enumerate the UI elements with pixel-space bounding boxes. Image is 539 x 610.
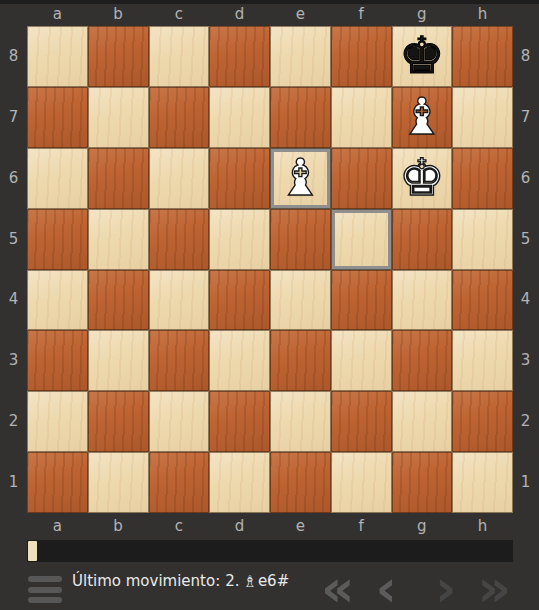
file-label-b: b — [88, 4, 149, 25]
file-label-c: c — [149, 514, 210, 538]
square-c1[interactable] — [149, 452, 210, 513]
bishop-icon: ♗ — [243, 572, 257, 591]
square-h7[interactable] — [452, 87, 513, 148]
rank-label-2: 2 — [512, 391, 539, 452]
square-h2[interactable] — [452, 391, 513, 452]
square-b2[interactable] — [88, 391, 149, 452]
rank-label-1: 1 — [0, 452, 27, 513]
square-f3[interactable] — [331, 330, 392, 391]
file-label-h: h — [452, 514, 513, 538]
square-c7[interactable] — [149, 87, 210, 148]
square-d6[interactable] — [209, 148, 270, 209]
rank-label-1: 1 — [512, 452, 539, 513]
square-b5[interactable] — [88, 209, 149, 270]
square-h6[interactable] — [452, 148, 513, 209]
file-label-c: c — [149, 4, 210, 25]
square-g8[interactable]: ♚ — [392, 26, 453, 87]
move-navigation: «‹›» — [321, 566, 513, 610]
rank-label-7: 7 — [512, 87, 539, 148]
square-g5[interactable] — [392, 209, 453, 270]
square-f4[interactable] — [331, 270, 392, 331]
piece-white-bishop[interactable]: ♝ — [399, 87, 445, 147]
square-b3[interactable] — [88, 330, 149, 391]
square-a5[interactable] — [27, 209, 88, 270]
square-f1[interactable] — [331, 452, 392, 513]
hamburger-icon — [28, 576, 62, 582]
square-g4[interactable] — [392, 270, 453, 331]
square-c8[interactable] — [149, 26, 210, 87]
file-label-g: g — [392, 4, 453, 25]
square-g7[interactable]: ♝ — [392, 87, 453, 148]
square-c3[interactable] — [149, 330, 210, 391]
square-b7[interactable] — [88, 87, 149, 148]
piece-black-king[interactable]: ♚ — [399, 26, 445, 86]
nav-next-move-button[interactable]: › — [435, 566, 456, 610]
rank-label-4: 4 — [0, 270, 27, 331]
square-e6[interactable]: ♝ — [270, 148, 331, 209]
square-e5[interactable] — [270, 209, 331, 270]
square-e1[interactable] — [270, 452, 331, 513]
rank-label-5: 5 — [0, 209, 27, 270]
status-label: Último movimiento: — [72, 572, 220, 590]
square-e7[interactable] — [270, 87, 331, 148]
square-e4[interactable] — [270, 270, 331, 331]
square-e8[interactable] — [270, 26, 331, 87]
square-f7[interactable] — [331, 87, 392, 148]
square-g3[interactable] — [392, 330, 453, 391]
rank-label-3: 3 — [0, 330, 27, 391]
file-labels-top: abcdefgh — [27, 4, 513, 25]
square-h4[interactable] — [452, 270, 513, 331]
rank-labels-right: 87654321 — [512, 26, 539, 513]
square-d4[interactable] — [209, 270, 270, 331]
file-label-f: f — [331, 4, 392, 25]
file-labels-bottom: abcdefgh — [27, 514, 513, 538]
rank-label-7: 7 — [0, 87, 27, 148]
status-move-number: 2. — [225, 572, 239, 590]
square-b1[interactable] — [88, 452, 149, 513]
rank-label-5: 5 — [512, 209, 539, 270]
square-d3[interactable] — [209, 330, 270, 391]
game-progress-handle[interactable] — [28, 541, 37, 561]
chess-board: ♚♝♝♚ — [27, 26, 513, 513]
square-h5[interactable] — [452, 209, 513, 270]
nav-previous-move-button[interactable]: ‹ — [376, 566, 397, 610]
square-g1[interactable] — [392, 452, 453, 513]
square-c4[interactable] — [149, 270, 210, 331]
nav-first-move-button[interactable]: « — [321, 566, 355, 610]
rank-label-8: 8 — [0, 26, 27, 87]
rank-label-6: 6 — [512, 148, 539, 209]
square-b8[interactable] — [88, 26, 149, 87]
square-a2[interactable] — [27, 391, 88, 452]
square-h1[interactable] — [452, 452, 513, 513]
chess-app-window: { "game": "chess", "window": { "backgrou… — [0, 0, 539, 610]
file-label-f: f — [331, 514, 392, 538]
file-label-g: g — [392, 514, 453, 538]
last-move-status: Último movimiento: 2. ♗ e6# — [72, 571, 289, 591]
square-d5[interactable] — [209, 209, 270, 270]
square-b6[interactable] — [88, 148, 149, 209]
square-e3[interactable] — [270, 330, 331, 391]
square-a4[interactable] — [27, 270, 88, 331]
hamburger-icon — [28, 587, 62, 593]
square-c2[interactable] — [149, 391, 210, 452]
square-a8[interactable] — [27, 26, 88, 87]
square-f6[interactable] — [331, 148, 392, 209]
piece-white-king[interactable]: ♚ — [399, 148, 445, 208]
file-label-e: e — [270, 4, 331, 25]
square-h8[interactable] — [452, 26, 513, 87]
file-label-d: d — [209, 514, 270, 538]
rank-label-8: 8 — [512, 26, 539, 87]
square-c6[interactable] — [149, 148, 210, 209]
square-d8[interactable] — [209, 26, 270, 87]
status-move-text: e6# — [258, 572, 289, 590]
file-label-d: d — [209, 4, 270, 25]
square-d1[interactable] — [209, 452, 270, 513]
rank-label-4: 4 — [512, 270, 539, 331]
square-d7[interactable] — [209, 87, 270, 148]
rank-label-3: 3 — [512, 330, 539, 391]
square-f5[interactable] — [331, 209, 392, 270]
square-g6[interactable]: ♚ — [392, 148, 453, 209]
rank-labels-left: 87654321 — [0, 26, 27, 513]
square-d2[interactable] — [209, 391, 270, 452]
file-label-a: a — [27, 4, 88, 25]
rank-label-6: 6 — [0, 148, 27, 209]
hamburger-icon — [28, 597, 62, 603]
square-f2[interactable] — [331, 391, 392, 452]
file-label-h: h — [452, 4, 513, 25]
square-a7[interactable] — [27, 87, 88, 148]
menu-button[interactable] — [28, 576, 62, 603]
square-a3[interactable] — [27, 330, 88, 391]
rank-label-2: 2 — [0, 391, 27, 452]
square-e2[interactable] — [270, 391, 331, 452]
square-f8[interactable] — [331, 26, 392, 87]
file-label-e: e — [270, 514, 331, 538]
piece-white-bishop[interactable]: ♝ — [278, 148, 324, 208]
nav-last-move-button[interactable]: » — [477, 566, 511, 610]
file-label-a: a — [27, 514, 88, 538]
square-g2[interactable] — [392, 391, 453, 452]
square-c5[interactable] — [149, 209, 210, 270]
square-b4[interactable] — [88, 270, 149, 331]
square-a1[interactable] — [27, 452, 88, 513]
file-label-b: b — [88, 514, 149, 538]
square-h3[interactable] — [452, 330, 513, 391]
square-a6[interactable] — [27, 148, 88, 209]
